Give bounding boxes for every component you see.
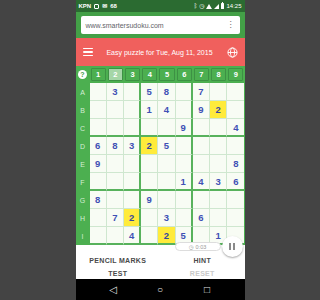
signal-icon — [214, 4, 219, 9]
controls-row-1: PENCIL MARKS HINT — [76, 252, 245, 268]
phone-screen: KPN ✉ 68 ᛒ ◷ 14:25 www.smartersudoku.com… — [76, 0, 245, 300]
sudoku-cell-H3[interactable]: 2 — [124, 209, 141, 227]
row-label-B: B — [76, 101, 90, 119]
digit-header-9[interactable]: 9 — [228, 68, 243, 81]
help-icon[interactable]: ? — [78, 70, 87, 79]
sudoku-cell-G6[interactable] — [176, 191, 193, 209]
clock-time: 14:25 — [226, 3, 241, 9]
board-corner: ? — [76, 66, 90, 83]
sudoku-cell-A8[interactable] — [210, 83, 227, 101]
sudoku-cell-G4[interactable]: 9 — [141, 191, 158, 209]
sudoku-cell-A4[interactable]: 5 — [141, 83, 158, 101]
sudoku-cell-H9[interactable] — [227, 209, 244, 227]
sudoku-cell-E3[interactable] — [124, 155, 141, 173]
sudoku-cell-B9[interactable] — [227, 101, 244, 119]
carrier-label: KPN — [79, 3, 92, 9]
sudoku-cell-B7[interactable]: 9 — [193, 101, 210, 119]
sudoku-cell-H7[interactable]: 6 — [193, 209, 210, 227]
digit-header-2[interactable]: 2 — [108, 68, 123, 81]
message-icon: ✉ — [102, 3, 107, 9]
android-nav-bar: ◁ ○ □ — [76, 279, 245, 300]
sudoku-cell-D8[interactable] — [210, 137, 227, 155]
sudoku-cell-D1[interactable]: 6 — [90, 137, 107, 155]
hamburger-menu-icon[interactable] — [83, 48, 93, 57]
sudoku-cell-H8[interactable] — [210, 209, 227, 227]
sudoku-cell-B1[interactable] — [90, 101, 107, 119]
sudoku-cell-D2[interactable]: 8 — [107, 137, 124, 155]
globe-icon[interactable] — [227, 47, 238, 58]
sudoku-cell-A3[interactable] — [124, 83, 141, 101]
controls-row-2: TEST RESET — [76, 268, 245, 279]
sudoku-cell-B4[interactable]: 1 — [141, 101, 158, 119]
sudoku-cell-C1[interactable] — [90, 119, 107, 137]
notification-count: 68 — [110, 3, 117, 9]
sudoku-cell-G7[interactable] — [193, 191, 210, 209]
sudoku-cell-F3[interactable] — [124, 173, 141, 191]
timer-clock-icon: ◷ — [189, 244, 194, 250]
sudoku-cell-F9[interactable]: 6 — [227, 173, 244, 191]
bluetooth-icon: ᛒ — [194, 3, 198, 9]
digit-header-6[interactable]: 6 — [177, 68, 192, 81]
sudoku-cell-A1[interactable] — [90, 83, 107, 101]
back-icon[interactable]: ◁ — [90, 285, 137, 295]
sudoku-cell-C5[interactable] — [158, 119, 175, 137]
sudoku-cell-D9[interactable] — [227, 137, 244, 155]
sudoku-cell-E8[interactable] — [210, 155, 227, 173]
sudoku-cell-E4[interactable] — [141, 155, 158, 173]
sudoku-cell-B3[interactable] — [124, 101, 141, 119]
sudoku-cell-A9[interactable] — [227, 83, 244, 101]
url-field[interactable]: www.smartersudoku.com ⋮ — [81, 16, 240, 34]
sudoku-cell-H6[interactable] — [176, 209, 193, 227]
sudoku-cell-F4[interactable] — [141, 173, 158, 191]
sudoku-cell-D3[interactable]: 3 — [124, 137, 141, 155]
sudoku-cell-C6[interactable]: 9 — [176, 119, 193, 137]
sudoku-cell-F8[interactable]: 3 — [210, 173, 227, 191]
sudoku-cell-G9[interactable] — [227, 191, 244, 209]
battery-icon — [221, 3, 224, 9]
pause-button[interactable] — [222, 236, 243, 257]
sudoku-cell-E2[interactable] — [107, 155, 124, 173]
test-button[interactable]: TEST — [76, 270, 161, 277]
sudoku-cell-C7[interactable] — [193, 119, 210, 137]
sudoku-board: ?123456789A3587B1492C94D68325E98F1436G89… — [76, 66, 245, 245]
digit-header-1[interactable]: 1 — [91, 68, 106, 81]
app-bar: Easy puzzle for Tue, Aug 11, 2015 — [76, 38, 245, 66]
row-label-D: D — [76, 137, 90, 155]
timer-chip: ◷ 0:03 — [175, 242, 221, 251]
sudoku-cell-B8[interactable]: 2 — [210, 101, 227, 119]
browser-bar: www.smartersudoku.com ⋮ — [76, 12, 245, 38]
sudoku-cell-H2[interactable]: 7 — [107, 209, 124, 227]
sudoku-cell-G2[interactable] — [107, 191, 124, 209]
digit-header-3[interactable]: 3 — [125, 68, 140, 81]
sudoku-cell-D4[interactable]: 2 — [141, 137, 158, 155]
sudoku-cell-H1[interactable] — [90, 209, 107, 227]
sudoku-cell-C8[interactable] — [210, 119, 227, 137]
row-label-F: F — [76, 173, 90, 191]
sudoku-cell-I5[interactable]: 2 — [158, 227, 175, 245]
pencil-marks-button[interactable]: PENCIL MARKS — [76, 257, 161, 264]
sudoku-cell-E9[interactable]: 8 — [227, 155, 244, 173]
digit-header-5[interactable]: 5 — [159, 68, 174, 81]
digit-header-4[interactable]: 4 — [142, 68, 157, 81]
sudoku-cell-B6[interactable] — [176, 101, 193, 119]
sudoku-cell-D5[interactable]: 5 — [158, 137, 175, 155]
puzzle-title: Easy puzzle for Tue, Aug 11, 2015 — [93, 49, 227, 56]
sudoku-cell-C2[interactable] — [107, 119, 124, 137]
sudoku-cell-C4[interactable] — [141, 119, 158, 137]
sudoku-cell-A7[interactable]: 7 — [193, 83, 210, 101]
sudoku-cell-C9[interactable]: 4 — [227, 119, 244, 137]
row-label-G: G — [76, 191, 90, 209]
sudoku-cell-B2[interactable] — [107, 101, 124, 119]
row-label-A: A — [76, 83, 90, 101]
board-area: ?123456789A3587B1492C94D68325E98F1436G89… — [76, 66, 245, 245]
row-label-E: E — [76, 155, 90, 173]
sudoku-cell-I4[interactable] — [141, 227, 158, 245]
sudoku-cell-E1[interactable]: 9 — [90, 155, 107, 173]
url-text: www.smartersudoku.com — [86, 22, 164, 29]
sudoku-cell-A6[interactable] — [176, 83, 193, 101]
sudoku-cell-F7[interactable]: 4 — [193, 173, 210, 191]
wifi-icon — [206, 4, 212, 9]
sudoku-cell-I3[interactable]: 4 — [124, 227, 141, 245]
sudoku-cell-F1[interactable] — [90, 173, 107, 191]
status-bar: KPN ✉ 68 ᛒ ◷ 14:25 — [76, 0, 245, 12]
home-icon[interactable]: ○ — [137, 285, 184, 295]
sudoku-cell-B5[interactable]: 4 — [158, 101, 175, 119]
sudoku-cell-A5[interactable]: 8 — [158, 83, 175, 101]
sudoku-cell-E5[interactable] — [158, 155, 175, 173]
recents-icon[interactable]: □ — [184, 285, 231, 295]
sudoku-cell-G1[interactable]: 8 — [90, 191, 107, 209]
hint-button[interactable]: HINT — [160, 257, 245, 264]
row-label-H: H — [76, 209, 90, 227]
digit-header-8[interactable]: 8 — [211, 68, 226, 81]
timer-strip: ◷ 0:03 — [76, 245, 245, 252]
notification-icon — [94, 4, 99, 9]
row-label-C: C — [76, 119, 90, 137]
sudoku-cell-F5[interactable] — [158, 173, 175, 191]
sudoku-cell-D6[interactable] — [176, 137, 193, 155]
sudoku-cell-I2[interactable] — [107, 227, 124, 245]
row-label-I: I — [76, 227, 90, 245]
digit-header-7[interactable]: 7 — [194, 68, 209, 81]
sudoku-cell-H5[interactable]: 3 — [158, 209, 175, 227]
reset-button[interactable]: RESET — [160, 270, 245, 277]
sudoku-cell-E6[interactable] — [176, 155, 193, 173]
sudoku-cell-C3[interactable] — [124, 119, 141, 137]
sudoku-cell-E7[interactable] — [193, 155, 210, 173]
browser-menu-icon[interactable]: ⋮ — [227, 21, 235, 29]
sudoku-cell-A2[interactable]: 3 — [107, 83, 124, 101]
timer-value: 0:03 — [196, 244, 207, 250]
sudoku-cell-D7[interactable] — [193, 137, 210, 155]
sudoku-cell-G8[interactable] — [210, 191, 227, 209]
sudoku-cell-F6[interactable]: 1 — [176, 173, 193, 191]
sudoku-cell-H4[interactable] — [141, 209, 158, 227]
alarm-icon: ◷ — [199, 3, 204, 9]
sudoku-cell-G3[interactable] — [124, 191, 141, 209]
sudoku-cell-I1[interactable] — [90, 227, 107, 245]
sudoku-cell-F2[interactable] — [107, 173, 124, 191]
sudoku-cell-G5[interactable] — [158, 191, 175, 209]
